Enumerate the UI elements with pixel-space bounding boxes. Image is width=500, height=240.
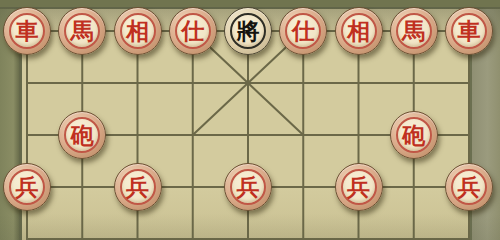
- piece-glyph: 兵: [16, 175, 39, 198]
- piece-face: 馬: [396, 13, 432, 49]
- piece-red-soldier[interactable]: 兵: [335, 163, 383, 211]
- piece-red-soldier[interactable]: 兵: [3, 163, 51, 211]
- piece-red-soldier[interactable]: 兵: [224, 163, 272, 211]
- piece-glyph: 兵: [347, 175, 370, 198]
- piece-face: 相: [341, 13, 377, 49]
- piece-face: 仕: [285, 13, 321, 49]
- piece-glyph: 兵: [237, 175, 260, 198]
- xiangqi-board[interactable]: 車馬相仕將仕相馬車砲砲兵兵兵兵兵: [0, 0, 500, 240]
- piece-red-soldier[interactable]: 兵: [114, 163, 162, 211]
- piece-face: 兵: [451, 169, 487, 205]
- piece-red-elephant[interactable]: 相: [335, 7, 383, 55]
- piece-glyph: 馬: [71, 19, 94, 42]
- piece-face: 車: [9, 13, 45, 49]
- piece-red-horse[interactable]: 馬: [390, 7, 438, 55]
- piece-glyph: 仕: [292, 19, 315, 42]
- piece-face: 仕: [175, 13, 211, 49]
- piece-face: 砲: [396, 117, 432, 153]
- piece-glyph: 相: [126, 19, 149, 42]
- piece-face: 兵: [230, 169, 266, 205]
- piece-glyph: 砲: [71, 123, 94, 146]
- piece-red-soldier[interactable]: 兵: [445, 163, 493, 211]
- piece-face: 相: [120, 13, 156, 49]
- piece-glyph: 車: [458, 19, 481, 42]
- piece-red-horse[interactable]: 馬: [58, 7, 106, 55]
- piece-face: 兵: [120, 169, 156, 205]
- piece-red-chariot[interactable]: 車: [3, 7, 51, 55]
- piece-face: 砲: [64, 117, 100, 153]
- piece-face: 兵: [9, 169, 45, 205]
- piece-glyph: 兵: [126, 175, 149, 198]
- piece-glyph: 兵: [458, 175, 481, 198]
- piece-face: 馬: [64, 13, 100, 49]
- piece-face: 車: [451, 13, 487, 49]
- piece-glyph: 馬: [402, 19, 425, 42]
- piece-glyph: 將: [237, 19, 260, 42]
- piece-red-cannon[interactable]: 砲: [390, 111, 438, 159]
- piece-glyph: 相: [347, 19, 370, 42]
- piece-red-advisor[interactable]: 仕: [169, 7, 217, 55]
- piece-glyph: 車: [16, 19, 39, 42]
- piece-red-cannon[interactable]: 砲: [58, 111, 106, 159]
- piece-glyph: 砲: [402, 123, 425, 146]
- piece-face: 將: [230, 13, 266, 49]
- piece-red-elephant[interactable]: 相: [114, 7, 162, 55]
- piece-black-general[interactable]: 將: [224, 7, 272, 55]
- piece-face: 兵: [341, 169, 377, 205]
- piece-glyph: 仕: [181, 19, 204, 42]
- piece-red-chariot[interactable]: 車: [445, 7, 493, 55]
- piece-red-advisor[interactable]: 仕: [279, 7, 327, 55]
